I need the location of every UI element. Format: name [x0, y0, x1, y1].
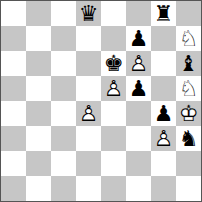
white-pawn: ♟♙ [151, 126, 176, 151]
square-a8[interactable] [1, 1, 26, 26]
white-knight: ♞♘ [176, 76, 201, 101]
piece-glyph: ♟ [154, 101, 174, 126]
square-e1[interactable] [101, 176, 126, 201]
white-pawn: ♟♙ [126, 51, 151, 76]
square-a2[interactable] [1, 151, 26, 176]
square-f8[interactable] [126, 1, 151, 26]
square-b3[interactable] [26, 126, 51, 151]
piece-glyph: ♜ [154, 1, 174, 26]
square-e6[interactable]: ♚ [101, 51, 126, 76]
square-g8[interactable]: ♜ [151, 1, 176, 26]
square-g6[interactable] [151, 51, 176, 76]
square-g5[interactable] [151, 76, 176, 101]
black-pawn: ♟ [126, 26, 151, 51]
square-b8[interactable] [26, 1, 51, 26]
square-d3[interactable] [76, 126, 101, 151]
square-e7[interactable] [101, 26, 126, 51]
square-h1[interactable] [176, 176, 201, 201]
black-king: ♚ [101, 51, 126, 76]
square-d1[interactable] [76, 176, 101, 201]
square-b6[interactable] [26, 51, 51, 76]
square-d6[interactable] [76, 51, 101, 76]
square-b4[interactable] [26, 101, 51, 126]
square-g4[interactable]: ♟ [151, 101, 176, 126]
square-a5[interactable] [1, 76, 26, 101]
square-h6[interactable]: ♝ [176, 51, 201, 76]
square-a7[interactable] [1, 26, 26, 51]
square-c8[interactable] [51, 1, 76, 26]
square-b2[interactable] [26, 151, 51, 176]
square-h3[interactable]: ♞ [176, 126, 201, 151]
square-e3[interactable] [101, 126, 126, 151]
square-f2[interactable] [126, 151, 151, 176]
square-d4[interactable]: ♟♙ [76, 101, 101, 126]
square-g7[interactable] [151, 26, 176, 51]
square-e5[interactable]: ♟♙ [101, 76, 126, 101]
square-d5[interactable] [76, 76, 101, 101]
piece-glyph: ♝ [179, 51, 199, 76]
black-rook: ♜ [151, 1, 176, 26]
chess-board: ♛♜♟♞♘♚♟♙♝♟♙♟♞♘♟♙♟♚♔♟♙♞ [0, 0, 202, 202]
piece-glyph: ♙ [129, 51, 149, 76]
black-knight: ♞ [176, 126, 201, 151]
square-h7[interactable]: ♞♘ [176, 26, 201, 51]
white-knight: ♞♘ [176, 26, 201, 51]
piece-glyph: ♚ [104, 51, 124, 76]
square-c2[interactable] [51, 151, 76, 176]
square-e4[interactable] [101, 101, 126, 126]
piece-glyph: ♙ [104, 76, 124, 101]
square-f1[interactable] [126, 176, 151, 201]
white-pawn: ♟♙ [101, 76, 126, 101]
square-c5[interactable] [51, 76, 76, 101]
black-bishop: ♝ [176, 51, 201, 76]
square-h2[interactable] [176, 151, 201, 176]
square-b7[interactable] [26, 26, 51, 51]
piece-glyph: ♛ [79, 1, 99, 26]
piece-glyph: ♟ [129, 76, 149, 101]
piece-glyph: ♙ [79, 101, 99, 126]
black-pawn: ♟ [126, 76, 151, 101]
square-f4[interactable] [126, 101, 151, 126]
black-pawn: ♟ [151, 101, 176, 126]
square-h4[interactable]: ♚♔ [176, 101, 201, 126]
piece-glyph: ♙ [154, 126, 174, 151]
black-queen: ♛ [76, 1, 101, 26]
square-a6[interactable] [1, 51, 26, 76]
square-f7[interactable]: ♟ [126, 26, 151, 51]
square-a1[interactable] [1, 176, 26, 201]
piece-glyph: ♔ [179, 101, 199, 126]
piece-glyph: ♟ [129, 26, 149, 51]
square-g3[interactable]: ♟♙ [151, 126, 176, 151]
square-b5[interactable] [26, 76, 51, 101]
white-pawn: ♟♙ [76, 101, 101, 126]
white-king: ♚♔ [176, 101, 201, 126]
square-c1[interactable] [51, 176, 76, 201]
square-h5[interactable]: ♞♘ [176, 76, 201, 101]
square-f6[interactable]: ♟♙ [126, 51, 151, 76]
square-d8[interactable]: ♛ [76, 1, 101, 26]
square-g2[interactable] [151, 151, 176, 176]
square-e8[interactable] [101, 1, 126, 26]
square-d7[interactable] [76, 26, 101, 51]
square-c4[interactable] [51, 101, 76, 126]
square-b1[interactable] [26, 176, 51, 201]
piece-glyph: ♘ [179, 76, 199, 101]
square-f5[interactable]: ♟ [126, 76, 151, 101]
square-h8[interactable] [176, 1, 201, 26]
square-e2[interactable] [101, 151, 126, 176]
square-c6[interactable] [51, 51, 76, 76]
square-c3[interactable] [51, 126, 76, 151]
square-a4[interactable] [1, 101, 26, 126]
piece-glyph: ♘ [179, 26, 199, 51]
piece-glyph: ♞ [179, 126, 199, 151]
square-g1[interactable] [151, 176, 176, 201]
square-a3[interactable] [1, 126, 26, 151]
square-f3[interactable] [126, 126, 151, 151]
square-d2[interactable] [76, 151, 101, 176]
square-c7[interactable] [51, 26, 76, 51]
